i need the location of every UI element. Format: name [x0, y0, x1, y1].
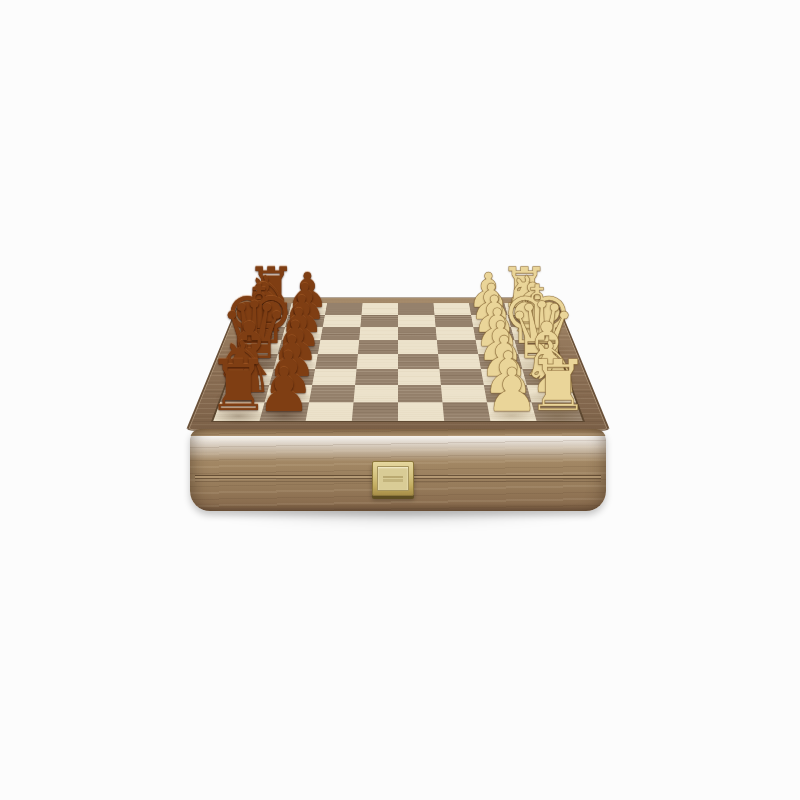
square-c3: [439, 369, 483, 385]
square-e2: [476, 340, 519, 354]
square-g7: [285, 315, 325, 327]
square-h2: [469, 303, 508, 315]
square-e7: [278, 340, 321, 354]
board-grid: [213, 303, 582, 421]
product-photo-stage: ♜♟♟♜♞♟♟♞♝♟♟♝♛♟♟♛♚♟♟♚♝♟♟♝♞♟♟♞♜♟♟♜: [0, 0, 800, 800]
square-e3: [437, 340, 478, 354]
box-front-face: [190, 429, 606, 511]
square-c2: [481, 369, 527, 385]
square-d3: [438, 354, 481, 369]
square-d4: [398, 354, 439, 369]
square-b5: [354, 385, 398, 402]
square-d1: [518, 354, 564, 369]
square-c8: [226, 369, 273, 385]
square-f6: [320, 327, 360, 340]
square-h8: [252, 303, 292, 315]
square-e4: [398, 340, 438, 354]
square-g3: [435, 315, 474, 327]
brass-clasp: [372, 461, 414, 496]
square-a3: [442, 402, 490, 420]
square-d7: [274, 354, 318, 369]
square-a2: [487, 402, 537, 420]
square-f5: [359, 327, 398, 340]
square-c6: [312, 369, 356, 385]
square-b1: [527, 385, 576, 402]
square-a1: [531, 402, 582, 420]
square-a5: [352, 402, 398, 420]
square-g4: [398, 315, 436, 327]
square-f1: [511, 327, 553, 340]
square-h5: [361, 303, 398, 315]
square-e8: [238, 340, 282, 354]
square-a6: [306, 402, 354, 420]
square-f7: [281, 327, 322, 340]
square-b2: [484, 385, 532, 402]
square-a8: [213, 402, 264, 420]
square-b8: [220, 385, 269, 402]
square-g6: [323, 315, 362, 327]
chess-board: [188, 298, 608, 430]
square-b7: [265, 385, 313, 402]
square-d2: [478, 354, 522, 369]
square-d5: [357, 354, 398, 369]
square-a4: [398, 402, 444, 420]
square-g5: [360, 315, 398, 327]
square-d8: [232, 354, 278, 369]
square-f8: [243, 327, 285, 340]
square-f2: [473, 327, 514, 340]
square-f3: [436, 327, 476, 340]
square-g8: [247, 315, 288, 327]
square-b4: [398, 385, 442, 402]
square-b3: [441, 385, 487, 402]
square-c4: [398, 369, 441, 385]
square-e5: [358, 340, 398, 354]
square-c1: [522, 369, 569, 385]
square-b6: [309, 385, 355, 402]
square-d6: [315, 354, 358, 369]
square-c5: [355, 369, 398, 385]
square-h6: [325, 303, 363, 315]
square-h7: [288, 303, 327, 315]
square-e1: [515, 340, 559, 354]
square-e6: [318, 340, 359, 354]
square-a7: [259, 402, 309, 420]
square-h4: [398, 303, 435, 315]
square-g1: [508, 315, 549, 327]
square-c7: [269, 369, 315, 385]
square-g2: [471, 315, 511, 327]
square-f4: [398, 327, 437, 340]
clasp-emblem: [377, 466, 409, 491]
square-h3: [433, 303, 471, 315]
square-h1: [504, 303, 544, 315]
